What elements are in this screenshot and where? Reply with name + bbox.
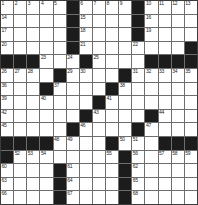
- grid-cell[interactable]: 50: [119, 137, 131, 150]
- grid-cell[interactable]: 51: [132, 137, 144, 150]
- black-cell: [54, 164, 66, 177]
- clue-number: 14: [2, 15, 7, 20]
- grid-cell[interactable]: 18: [80, 28, 92, 41]
- black-cell: [159, 137, 171, 150]
- grid-cell[interactable]: 22: [132, 42, 144, 55]
- black-cell: [145, 110, 157, 123]
- grid-cell[interactable]: [159, 191, 171, 204]
- black-cell: [106, 137, 118, 150]
- clue-number: 15: [80, 15, 85, 20]
- black-cell: [185, 55, 197, 68]
- clue-number: 50: [120, 137, 125, 142]
- grid-cell[interactable]: 43: [93, 110, 105, 123]
- grid-cell[interactable]: 49: [67, 137, 79, 150]
- grid-cell[interactable]: [145, 191, 157, 204]
- grid-cell[interactable]: [93, 191, 105, 204]
- grid-cell[interactable]: [67, 96, 79, 109]
- clue-number: 53: [28, 151, 33, 156]
- black-cell: [80, 110, 92, 123]
- grid-cell[interactable]: 37: [54, 83, 66, 96]
- grid-cell[interactable]: 33: [159, 69, 171, 82]
- clue-number: 56: [133, 151, 138, 156]
- grid-cell[interactable]: [40, 164, 52, 177]
- grid-cell[interactable]: [27, 191, 39, 204]
- clue-number: 10: [146, 1, 151, 6]
- grid-cell[interactable]: 32: [145, 69, 157, 82]
- clue-number: 48: [54, 137, 59, 142]
- grid-cell[interactable]: [27, 96, 39, 109]
- clue-number: 3: [28, 1, 30, 6]
- grid-cell[interactable]: [54, 123, 66, 136]
- clue-number: 20: [2, 42, 7, 47]
- grid-cell[interactable]: 36: [1, 83, 13, 96]
- grid-cell[interactable]: [54, 151, 66, 164]
- clue-number: 45: [2, 123, 7, 128]
- grid-cell[interactable]: 16: [145, 15, 157, 28]
- grid-cell[interactable]: 61: [67, 164, 79, 177]
- clue-number: 34: [172, 69, 177, 74]
- grid-cell[interactable]: [106, 110, 118, 123]
- black-cell: [119, 164, 131, 177]
- grid-cell[interactable]: 67: [67, 191, 79, 204]
- grid-cell[interactable]: 9: [119, 1, 131, 14]
- grid-cell[interactable]: [40, 178, 52, 191]
- grid-cell[interactable]: [119, 110, 131, 123]
- clue-number: 40: [41, 96, 46, 101]
- clue-number: 57: [159, 151, 164, 156]
- grid-cell[interactable]: [172, 96, 184, 109]
- black-cell: [185, 42, 197, 55]
- grid-cell[interactable]: [145, 96, 157, 109]
- grid-cell[interactable]: [80, 178, 92, 191]
- grid-cell[interactable]: [159, 28, 171, 41]
- clue-number: 49: [67, 137, 72, 142]
- grid-cell[interactable]: [54, 55, 66, 68]
- grid-cell[interactable]: [80, 191, 92, 204]
- grid-cell[interactable]: 39: [1, 96, 13, 109]
- grid-cell[interactable]: 68: [132, 191, 144, 204]
- grid-cell[interactable]: [54, 96, 66, 109]
- grid-cell[interactable]: [27, 178, 39, 191]
- grid-cell[interactable]: [14, 15, 26, 28]
- grid-cell[interactable]: 27: [14, 69, 26, 82]
- grid-cell[interactable]: [159, 123, 171, 136]
- grid-cell[interactable]: [106, 191, 118, 204]
- grid-cell[interactable]: [40, 123, 52, 136]
- clue-number: 31: [133, 69, 138, 74]
- grid-cell[interactable]: [93, 83, 105, 96]
- clue-number: 33: [159, 69, 164, 74]
- grid-cell[interactable]: [106, 164, 118, 177]
- black-cell: [40, 83, 52, 96]
- grid-cell[interactable]: [27, 164, 39, 177]
- grid-cell[interactable]: [159, 83, 171, 96]
- grid-cell[interactable]: [172, 15, 184, 28]
- grid-cell[interactable]: [185, 96, 197, 109]
- grid-cell[interactable]: [185, 83, 197, 96]
- grid-cell[interactable]: [106, 55, 118, 68]
- grid-cell[interactable]: [14, 164, 26, 177]
- grid-cell[interactable]: [40, 110, 52, 123]
- clue-number: 23: [41, 55, 46, 60]
- grid-cell[interactable]: [14, 28, 26, 41]
- clue-number: 41: [107, 96, 112, 101]
- clue-number: 1: [2, 1, 4, 6]
- grid-cell[interactable]: [54, 15, 66, 28]
- grid-cell[interactable]: [14, 123, 26, 136]
- crossword-puzzle: 1234567891011121314151617181920212223242…: [0, 0, 198, 205]
- black-cell: [27, 137, 39, 150]
- grid-cell[interactable]: [106, 15, 118, 28]
- clue-number: 17: [2, 28, 7, 33]
- clue-number: 61: [67, 164, 72, 169]
- grid-cell[interactable]: [145, 42, 157, 55]
- grid-cell[interactable]: 52: [14, 151, 26, 164]
- grid-cell[interactable]: [185, 28, 197, 41]
- grid-cell[interactable]: 10: [145, 1, 157, 14]
- black-cell: [40, 137, 52, 150]
- grid-cell[interactable]: [159, 42, 171, 55]
- grid-cell[interactable]: [40, 15, 52, 28]
- grid-cell[interactable]: 48: [54, 137, 66, 150]
- grid-cell[interactable]: 30: [80, 69, 92, 82]
- black-cell: [54, 69, 66, 82]
- clue-number: 64: [67, 178, 72, 183]
- grid-cell[interactable]: [93, 123, 105, 136]
- clue-number: 42: [2, 110, 7, 115]
- black-cell: [119, 69, 131, 82]
- black-cell: [93, 96, 105, 109]
- grid-cell[interactable]: 4: [40, 1, 52, 14]
- grid-cell[interactable]: [159, 178, 171, 191]
- black-cell: [172, 55, 184, 68]
- grid-cell[interactable]: [80, 83, 92, 96]
- grid-cell[interactable]: [159, 96, 171, 109]
- clue-number: 59: [185, 151, 190, 156]
- grid-cell[interactable]: 65: [132, 178, 144, 191]
- clue-number: 66: [2, 191, 7, 196]
- grid-cell[interactable]: [93, 164, 105, 177]
- grid-cell[interactable]: 62: [132, 164, 144, 177]
- grid-cell[interactable]: 19: [145, 28, 157, 41]
- grid-cell[interactable]: [14, 178, 26, 191]
- grid-cell[interactable]: 21: [80, 42, 92, 55]
- grid-cell[interactable]: 46: [80, 123, 92, 136]
- grid-cell[interactable]: 29: [67, 69, 79, 82]
- grid-cell[interactable]: 15: [80, 15, 92, 28]
- grid-cell[interactable]: [185, 123, 197, 136]
- clue-number: 13: [185, 1, 190, 6]
- grid-cell[interactable]: 5: [54, 1, 66, 14]
- grid-cell[interactable]: [119, 15, 131, 28]
- grid-cell[interactable]: [172, 28, 184, 41]
- clue-number: 36: [2, 83, 7, 88]
- clue-number: 65: [133, 178, 138, 183]
- grid-cell[interactable]: [172, 110, 184, 123]
- grid-cell[interactable]: 56: [132, 151, 144, 164]
- grid-cell[interactable]: 55: [106, 151, 118, 164]
- clue-number: 37: [54, 83, 59, 88]
- clue-number: 32: [146, 69, 151, 74]
- grid-cell[interactable]: [172, 191, 184, 204]
- grid-cell[interactable]: [93, 69, 105, 82]
- grid-cell[interactable]: [145, 178, 157, 191]
- black-cell: [1, 55, 13, 68]
- grid-cell[interactable]: [67, 151, 79, 164]
- black-cell: [159, 55, 171, 68]
- grid-cell[interactable]: [172, 164, 184, 177]
- grid-cell[interactable]: 58: [172, 151, 184, 164]
- clue-number: 18: [80, 28, 85, 33]
- black-cell: [14, 55, 26, 68]
- grid-cell[interactable]: 26: [1, 69, 13, 82]
- grid-cell[interactable]: 7: [93, 1, 105, 14]
- black-cell: [145, 55, 157, 68]
- black-cell: [1, 151, 13, 164]
- grid-cell[interactable]: [119, 28, 131, 41]
- black-cell: [54, 178, 66, 191]
- clue-number: 9: [120, 1, 122, 6]
- grid-cell[interactable]: [159, 15, 171, 28]
- clue-number: 19: [146, 28, 151, 33]
- grid-cell[interactable]: [93, 15, 105, 28]
- grid-cell[interactable]: [14, 96, 26, 109]
- black-cell: [1, 137, 13, 150]
- clue-number: 47: [146, 123, 151, 128]
- grid-cell[interactable]: 57: [159, 151, 171, 164]
- clue-number: 12: [172, 1, 177, 6]
- clue-number: 35: [185, 69, 190, 74]
- grid-cell[interactable]: 6: [80, 1, 92, 14]
- grid-cell[interactable]: 23: [40, 55, 52, 68]
- clue-number: 54: [41, 151, 46, 156]
- grid-cell[interactable]: 41: [106, 96, 118, 109]
- black-cell: [132, 28, 144, 41]
- clue-number: 60: [2, 164, 7, 169]
- crossword-grid: 1234567891011121314151617181920212223242…: [0, 0, 198, 205]
- grid-cell[interactable]: [67, 83, 79, 96]
- grid-cell[interactable]: [159, 164, 171, 177]
- grid-cell[interactable]: [54, 28, 66, 41]
- grid-cell[interactable]: 14: [1, 15, 13, 28]
- black-cell: [119, 191, 131, 204]
- black-cell: [67, 15, 79, 28]
- grid-cell[interactable]: [185, 110, 197, 123]
- grid-cell[interactable]: [185, 164, 197, 177]
- clue-number: 51: [133, 137, 138, 142]
- black-cell: [67, 42, 79, 55]
- black-cell: [132, 123, 144, 136]
- grid-cell[interactable]: [93, 137, 105, 150]
- clue-number: 11: [159, 1, 164, 6]
- grid-cell[interactable]: [14, 110, 26, 123]
- grid-cell[interactable]: [27, 15, 39, 28]
- grid-cell[interactable]: 35: [185, 69, 197, 82]
- grid-cell[interactable]: [80, 164, 92, 177]
- grid-cell[interactable]: 66: [1, 191, 13, 204]
- grid-cell[interactable]: [132, 83, 144, 96]
- black-cell: [132, 15, 144, 28]
- black-cell: [67, 1, 79, 14]
- grid-cell[interactable]: 12: [172, 1, 184, 14]
- grid-cell[interactable]: [40, 191, 52, 204]
- grid-cell[interactable]: 63: [1, 178, 13, 191]
- grid-cell[interactable]: 64: [67, 178, 79, 191]
- grid-cell[interactable]: [106, 42, 118, 55]
- grid-cell[interactable]: [27, 28, 39, 41]
- grid-cell[interactable]: 13: [185, 1, 197, 14]
- black-cell: [54, 191, 66, 204]
- grid-cell[interactable]: [119, 96, 131, 109]
- clue-number: 62: [133, 164, 138, 169]
- grid-cell[interactable]: [172, 83, 184, 96]
- clue-number: 27: [15, 69, 20, 74]
- grid-cell[interactable]: 17: [1, 28, 13, 41]
- grid-cell[interactable]: [185, 15, 197, 28]
- grid-cell[interactable]: [27, 110, 39, 123]
- black-cell: [119, 178, 131, 191]
- grid-cell[interactable]: [119, 55, 131, 68]
- grid-cell[interactable]: [80, 137, 92, 150]
- black-cell: [119, 151, 131, 164]
- grid-cell[interactable]: [80, 151, 92, 164]
- clue-number: 6: [80, 1, 82, 6]
- grid-cell[interactable]: [93, 151, 105, 164]
- clue-number: 8: [107, 1, 109, 6]
- black-cell: [14, 137, 26, 150]
- clue-number: 7: [93, 1, 95, 6]
- grid-cell[interactable]: 60: [1, 164, 13, 177]
- clue-number: 22: [133, 42, 138, 47]
- grid-cell[interactable]: 2: [14, 1, 26, 14]
- clue-number: 28: [28, 69, 33, 74]
- grid-cell[interactable]: 54: [40, 151, 52, 164]
- grid-cell[interactable]: 3: [27, 1, 39, 14]
- grid-cell[interactable]: 47: [145, 123, 157, 136]
- grid-cell[interactable]: 20: [1, 42, 13, 55]
- grid-cell[interactable]: [40, 69, 52, 82]
- grid-cell[interactable]: 1: [1, 1, 13, 14]
- grid-cell[interactable]: [14, 191, 26, 204]
- grid-cell[interactable]: [132, 110, 144, 123]
- grid-cell[interactable]: 24: [67, 55, 79, 68]
- grid-cell[interactable]: [27, 42, 39, 55]
- clue-number: 39: [2, 96, 7, 101]
- grid-cell[interactable]: 31: [132, 69, 144, 82]
- grid-cell[interactable]: [80, 96, 92, 109]
- clue-number: 44: [159, 110, 164, 115]
- black-cell: [67, 123, 79, 136]
- clue-number: 2: [15, 1, 17, 6]
- grid-cell[interactable]: [145, 137, 157, 150]
- clue-number: 55: [107, 151, 112, 156]
- grid-cell[interactable]: 28: [27, 69, 39, 82]
- grid-cell[interactable]: [185, 178, 197, 191]
- grid-cell[interactable]: [67, 110, 79, 123]
- grid-cell[interactable]: [119, 123, 131, 136]
- black-cell: [67, 28, 79, 41]
- grid-cell[interactable]: [106, 69, 118, 82]
- grid-cell[interactable]: [14, 83, 26, 96]
- grid-cell[interactable]: [40, 28, 52, 41]
- grid-cell[interactable]: [40, 42, 52, 55]
- grid-cell[interactable]: 38: [119, 83, 131, 96]
- grid-cell[interactable]: [132, 55, 144, 68]
- grid-cell[interactable]: [93, 42, 105, 55]
- grid-cell[interactable]: [27, 123, 39, 136]
- grid-cell[interactable]: [172, 42, 184, 55]
- grid-cell[interactable]: [132, 96, 144, 109]
- clue-number: 26: [2, 69, 7, 74]
- grid-cell[interactable]: [145, 151, 157, 164]
- grid-cell[interactable]: [106, 123, 118, 136]
- grid-cell[interactable]: [172, 123, 184, 136]
- grid-cell[interactable]: [172, 178, 184, 191]
- clue-number: 43: [93, 110, 98, 115]
- grid-cell[interactable]: 11: [159, 1, 171, 14]
- black-cell: [172, 137, 184, 150]
- clue-number: 68: [133, 191, 138, 196]
- black-cell: [80, 55, 92, 68]
- clue-number: 63: [2, 178, 7, 183]
- black-cell: [185, 137, 197, 150]
- grid-cell[interactable]: [14, 42, 26, 55]
- clue-number: 30: [80, 69, 85, 74]
- clue-number: 46: [80, 123, 85, 128]
- black-cell: [27, 55, 39, 68]
- grid-cell[interactable]: 44: [159, 110, 171, 123]
- black-cell: [132, 1, 144, 14]
- clue-number: 25: [93, 55, 98, 60]
- grid-cell[interactable]: [145, 164, 157, 177]
- grid-cell[interactable]: [119, 42, 131, 55]
- clue-number: 16: [146, 15, 151, 20]
- grid-cell[interactable]: [185, 191, 197, 204]
- grid-cell[interactable]: [54, 110, 66, 123]
- grid-cell[interactable]: [93, 28, 105, 41]
- clue-number: 4: [41, 1, 43, 6]
- grid-cell[interactable]: [106, 28, 118, 41]
- grid-cell[interactable]: [93, 178, 105, 191]
- clue-number: 52: [15, 151, 20, 156]
- clue-number: 67: [67, 191, 72, 196]
- clue-number: 38: [120, 83, 125, 88]
- clue-number: 24: [67, 55, 72, 60]
- grid-cell[interactable]: [106, 178, 118, 191]
- black-cell: [106, 83, 118, 96]
- grid-cell[interactable]: 40: [40, 96, 52, 109]
- clue-number: 58: [172, 151, 177, 156]
- grid-cell[interactable]: 25: [93, 55, 105, 68]
- clue-number: 21: [80, 42, 85, 47]
- grid-cell[interactable]: [27, 83, 39, 96]
- grid-cell[interactable]: 53: [27, 151, 39, 164]
- clue-number: 5: [54, 1, 56, 6]
- grid-cell[interactable]: [145, 83, 157, 96]
- grid-cell[interactable]: [54, 42, 66, 55]
- grid-cell[interactable]: 8: [106, 1, 118, 14]
- clue-number: 29: [67, 69, 72, 74]
- grid-cell[interactable]: 42: [1, 110, 13, 123]
- grid-cell[interactable]: 34: [172, 69, 184, 82]
- grid-cell[interactable]: 59: [185, 151, 197, 164]
- grid-cell[interactable]: 45: [1, 123, 13, 136]
